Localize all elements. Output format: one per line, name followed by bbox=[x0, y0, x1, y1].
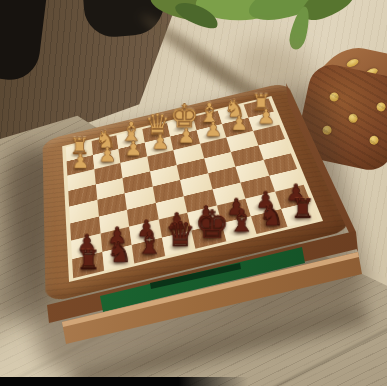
piece-dark-rook[interactable]: ♜ bbox=[286, 196, 317, 222]
piece-light-pawn[interactable]: ♟ bbox=[67, 152, 94, 172]
piece-light-pawn[interactable]: ♟ bbox=[199, 120, 226, 140]
piece-light-pawn[interactable]: ♟ bbox=[120, 139, 147, 159]
piece-light-pawn[interactable]: ♟ bbox=[173, 126, 200, 146]
piece-dark-knight[interactable]: ♞ bbox=[103, 238, 134, 267]
square-d8[interactable]: ♚ bbox=[191, 223, 226, 249]
piece-light-pawn[interactable]: ♟ bbox=[146, 133, 173, 153]
square-a5[interactable] bbox=[263, 153, 297, 175]
piece-light-pawn[interactable]: ♟ bbox=[252, 107, 279, 127]
piece-dark-bishop[interactable]: ♝ bbox=[134, 228, 165, 259]
piece-dark-bishop[interactable]: ♝ bbox=[225, 206, 256, 237]
photo-edge-strip bbox=[0, 377, 248, 386]
square-h8[interactable]: ♜ bbox=[72, 252, 104, 278]
piece-dark-rook[interactable]: ♜ bbox=[73, 247, 104, 273]
photo-scene: ♜♞♝♛♚♝♞♜♟♟♟♟♟♟♟♟♟♟♟♟♟♟♟♟♜♞♝♛♚♝♞♜ bbox=[0, 0, 387, 386]
square-g8[interactable]: ♞ bbox=[102, 245, 134, 271]
piece-dark-queen[interactable]: ♛ bbox=[164, 218, 195, 252]
piece-dark-king[interactable]: ♚ bbox=[195, 206, 226, 245]
square-e8[interactable]: ♛ bbox=[161, 230, 195, 256]
piece-light-pawn[interactable]: ♟ bbox=[226, 114, 253, 134]
piece-light-pawn[interactable]: ♟ bbox=[93, 146, 120, 166]
square-f8[interactable]: ♝ bbox=[132, 237, 165, 263]
piece-dark-knight[interactable]: ♞ bbox=[256, 201, 287, 230]
